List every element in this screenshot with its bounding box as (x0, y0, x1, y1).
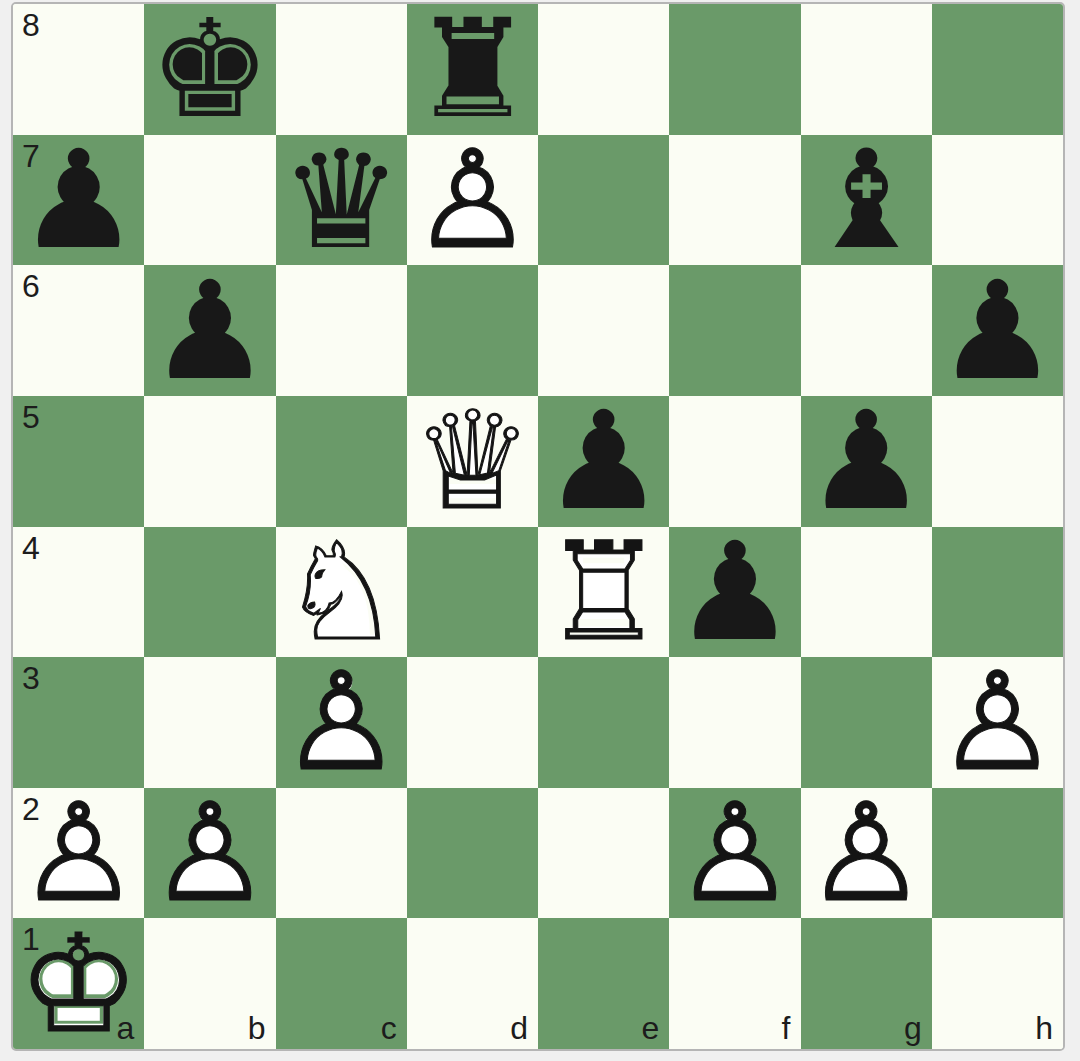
piece-white-pawn-icon[interactable]: ♟♙ (13, 788, 144, 919)
file-label-f: f (782, 1012, 791, 1044)
square-b7[interactable] (144, 135, 275, 266)
square-e5[interactable]: ♟ (538, 396, 669, 527)
square-g7[interactable]: ♝ (801, 135, 932, 266)
square-b2[interactable]: ♟♙ (144, 788, 275, 919)
file-label-g: g (904, 1012, 922, 1044)
square-a4[interactable]: 4 (13, 527, 144, 658)
white-piece-fill: ♟ (15, 790, 142, 917)
white-piece-fill: ♟ (802, 790, 929, 917)
square-d1[interactable]: d (407, 918, 538, 1049)
square-c6[interactable] (276, 265, 407, 396)
black-piece-glyph: ♟ (801, 396, 932, 527)
piece-black-pawn-icon[interactable]: ♟ (801, 396, 932, 527)
square-c4[interactable]: ♞♘ (276, 527, 407, 658)
square-b8[interactable]: ♚ (144, 4, 275, 135)
square-c2[interactable] (276, 788, 407, 919)
rank-label-5: 5 (22, 401, 40, 433)
chess-board: 8♚♜7♟♛♟♙♝6♟♟5♛♕♟♟4♞♘♜♖♟3♟♙♟♙2♟♙♟♙♟♙♟♙1a♚… (11, 2, 1065, 1051)
square-g8[interactable] (801, 4, 932, 135)
square-b5[interactable] (144, 396, 275, 527)
square-a6[interactable]: 6 (13, 265, 144, 396)
square-h3[interactable]: ♟♙ (932, 657, 1063, 788)
white-piece-outline: ♘ (276, 527, 407, 658)
white-piece-fill: ♟ (146, 790, 273, 917)
file-label-b: b (248, 1012, 266, 1044)
black-piece-glyph: ♚ (144, 4, 275, 135)
rank-label-8: 8 (22, 9, 40, 41)
white-piece-fill: ♜ (540, 528, 667, 655)
square-e2[interactable] (538, 788, 669, 919)
white-piece-fill: ♟ (934, 659, 1061, 786)
white-piece-outline: ♙ (669, 788, 800, 919)
white-piece-fill: ♛ (409, 398, 536, 525)
square-h8[interactable] (932, 4, 1063, 135)
square-c5[interactable] (276, 396, 407, 527)
square-c7[interactable]: ♛ (276, 135, 407, 266)
piece-white-knight-icon[interactable]: ♞♘ (276, 527, 407, 658)
square-g6[interactable] (801, 265, 932, 396)
black-piece-glyph: ♟ (932, 265, 1063, 396)
square-g4[interactable] (801, 527, 932, 658)
square-d7[interactable]: ♟♙ (407, 135, 538, 266)
white-piece-outline: ♔ (13, 918, 144, 1049)
piece-white-pawn-icon[interactable]: ♟♙ (144, 788, 275, 919)
white-piece-outline: ♙ (407, 135, 538, 266)
piece-white-pawn-icon[interactable]: ♟♙ (276, 657, 407, 788)
square-f4[interactable]: ♟ (669, 527, 800, 658)
white-piece-outline: ♙ (932, 657, 1063, 788)
square-e1[interactable]: e (538, 918, 669, 1049)
square-a2[interactable]: 2♟♙ (13, 788, 144, 919)
square-f6[interactable] (669, 265, 800, 396)
square-d2[interactable] (407, 788, 538, 919)
file-label-h: h (1035, 1012, 1053, 1044)
square-a7[interactable]: 7♟ (13, 135, 144, 266)
square-f3[interactable] (669, 657, 800, 788)
rank-label-3: 3 (22, 662, 40, 694)
piece-black-queen-icon[interactable]: ♛ (276, 135, 407, 266)
square-f1[interactable]: f (669, 918, 800, 1049)
piece-black-pawn-icon[interactable]: ♟ (669, 527, 800, 658)
piece-white-pawn-icon[interactable]: ♟♙ (801, 788, 932, 919)
rank-label-4: 4 (22, 532, 40, 564)
square-g1[interactable]: g (801, 918, 932, 1049)
piece-black-pawn-icon[interactable]: ♟ (538, 396, 669, 527)
square-c8[interactable] (276, 4, 407, 135)
piece-white-rook-icon[interactable]: ♜♖ (538, 527, 669, 658)
file-label-e: e (641, 1012, 659, 1044)
white-piece-outline: ♙ (276, 657, 407, 788)
piece-black-pawn-icon[interactable]: ♟ (13, 135, 144, 266)
square-g5[interactable]: ♟ (801, 396, 932, 527)
piece-white-pawn-icon[interactable]: ♟♙ (669, 788, 800, 919)
square-b6[interactable]: ♟ (144, 265, 275, 396)
white-piece-outline: ♖ (538, 527, 669, 658)
white-piece-outline: ♙ (144, 788, 275, 919)
white-piece-outline: ♙ (801, 788, 932, 919)
square-f7[interactable] (669, 135, 800, 266)
square-d5[interactable]: ♛♕ (407, 396, 538, 527)
rank-label-6: 6 (22, 270, 40, 302)
square-f8[interactable] (669, 4, 800, 135)
piece-black-pawn-icon[interactable]: ♟ (932, 265, 1063, 396)
piece-white-pawn-icon[interactable]: ♟♙ (932, 657, 1063, 788)
square-f5[interactable] (669, 396, 800, 527)
piece-black-bishop-icon[interactable]: ♝ (801, 135, 932, 266)
square-g3[interactable] (801, 657, 932, 788)
square-d6[interactable] (407, 265, 538, 396)
square-a8[interactable]: 8 (13, 4, 144, 135)
white-piece-fill: ♟ (277, 659, 404, 786)
square-c1[interactable]: c (276, 918, 407, 1049)
black-piece-glyph: ♟ (669, 527, 800, 658)
piece-white-queen-icon[interactable]: ♛♕ (407, 396, 538, 527)
piece-black-pawn-icon[interactable]: ♟ (144, 265, 275, 396)
square-b4[interactable] (144, 527, 275, 658)
file-label-c: c (381, 1012, 397, 1044)
square-h6[interactable]: ♟ (932, 265, 1063, 396)
white-piece-fill: ♚ (15, 920, 142, 1047)
black-piece-glyph: ♟ (538, 396, 669, 527)
square-h4[interactable] (932, 527, 1063, 658)
square-b3[interactable] (144, 657, 275, 788)
square-e3[interactable] (538, 657, 669, 788)
white-piece-fill: ♟ (409, 137, 536, 264)
square-h7[interactable] (932, 135, 1063, 266)
piece-black-king-icon[interactable]: ♚ (144, 4, 275, 135)
square-f2[interactable]: ♟♙ (669, 788, 800, 919)
square-e6[interactable] (538, 265, 669, 396)
white-piece-fill: ♟ (671, 790, 798, 917)
square-a3[interactable]: 3 (13, 657, 144, 788)
square-d8[interactable]: ♜ (407, 4, 538, 135)
square-a5[interactable]: 5 (13, 396, 144, 527)
white-piece-fill: ♞ (277, 528, 404, 655)
white-piece-outline: ♕ (407, 396, 538, 527)
piece-white-king-icon[interactable]: ♚♔ (13, 918, 144, 1049)
black-piece-glyph: ♝ (801, 135, 932, 266)
piece-black-rook-icon[interactable]: ♜ (407, 4, 538, 135)
black-piece-glyph: ♜ (407, 4, 538, 135)
square-e4[interactable]: ♜♖ (538, 527, 669, 658)
square-c3[interactable]: ♟♙ (276, 657, 407, 788)
black-piece-glyph: ♟ (144, 265, 275, 396)
square-d4[interactable] (407, 527, 538, 658)
square-a1[interactable]: 1a♚♔ (13, 918, 144, 1049)
square-e7[interactable] (538, 135, 669, 266)
square-d3[interactable] (407, 657, 538, 788)
square-b1[interactable]: b (144, 918, 275, 1049)
white-piece-outline: ♙ (13, 788, 144, 919)
square-g2[interactable]: ♟♙ (801, 788, 932, 919)
square-e8[interactable] (538, 4, 669, 135)
square-h5[interactable] (932, 396, 1063, 527)
file-label-d: d (510, 1012, 528, 1044)
piece-white-pawn-icon[interactable]: ♟♙ (407, 135, 538, 266)
square-h1[interactable]: h (932, 918, 1063, 1049)
black-piece-glyph: ♟ (13, 135, 144, 266)
black-piece-glyph: ♛ (276, 135, 407, 266)
square-h2[interactable] (932, 788, 1063, 919)
